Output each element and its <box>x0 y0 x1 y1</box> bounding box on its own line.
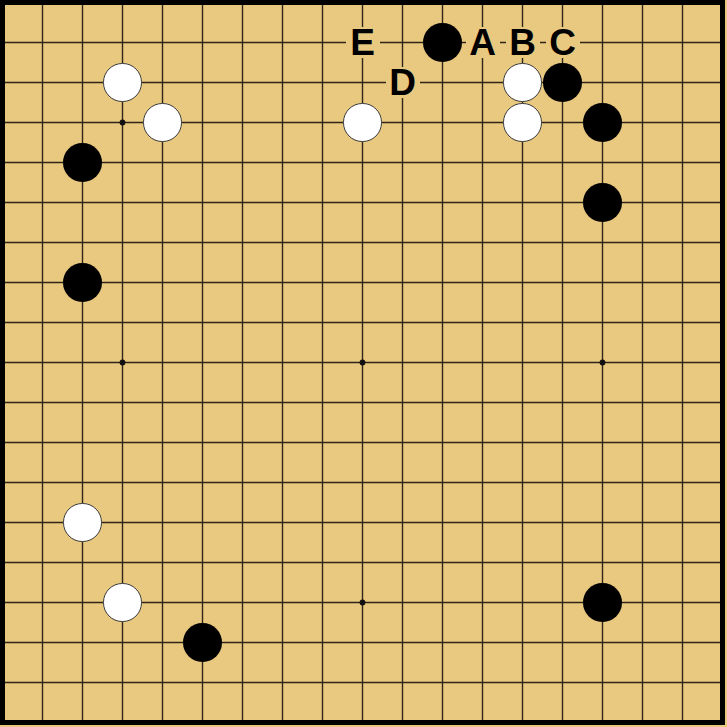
point-label-c[interactable]: C <box>546 27 580 58</box>
black-stone <box>63 263 102 302</box>
white-stone <box>103 583 142 622</box>
black-stone <box>583 183 622 222</box>
white-stone <box>143 103 182 142</box>
point-label-e[interactable]: E <box>346 27 380 58</box>
white-stone <box>103 63 142 102</box>
black-stone <box>583 103 622 142</box>
point-label-a[interactable]: A <box>466 27 500 58</box>
white-stone <box>503 63 542 102</box>
black-stone <box>583 583 622 622</box>
white-stone <box>503 103 542 142</box>
black-stone <box>423 23 462 62</box>
black-stone <box>543 63 582 102</box>
point-label-d[interactable]: D <box>386 67 420 98</box>
point-label-b[interactable]: B <box>506 27 540 58</box>
board-points-grid: ABCDE <box>0 0 727 727</box>
go-board: ABCDE <box>0 0 727 727</box>
black-stone <box>63 143 102 182</box>
black-stone <box>183 623 222 662</box>
white-stone <box>343 103 382 142</box>
white-stone <box>63 503 102 542</box>
